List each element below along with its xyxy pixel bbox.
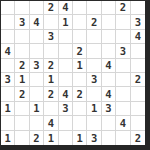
grid-cell-given[interactable]: 1 [15, 73, 29, 87]
grid-cell-given[interactable]: 3 [1, 73, 15, 87]
grid-cell-empty[interactable] [116, 73, 130, 87]
grid-cell-empty[interactable] [116, 30, 130, 44]
grid-cell-empty[interactable] [1, 1, 15, 15]
grid-cell-given[interactable]: 3 [30, 59, 44, 73]
grid-cell-empty[interactable] [30, 1, 44, 15]
grid-cell-empty[interactable] [116, 15, 130, 29]
grid-cell-given[interactable]: 2 [116, 1, 130, 15]
grid-cell-empty[interactable] [44, 102, 58, 116]
grid-cell-empty[interactable] [44, 15, 58, 29]
grid-cell-empty[interactable] [131, 102, 145, 116]
grid-cell-given[interactable]: 3 [87, 73, 101, 87]
grid-cell-given[interactable]: 4 [102, 87, 116, 101]
grid-cell-given[interactable]: 4 [116, 116, 130, 130]
grid-cell-empty[interactable] [30, 44, 44, 58]
grid-cell-empty[interactable] [131, 116, 145, 130]
grid-cell-given[interactable]: 1 [73, 59, 87, 73]
grid-cell-empty[interactable] [73, 1, 87, 15]
grid-cell-empty[interactable] [73, 15, 87, 29]
grid-cell-given[interactable]: 2 [73, 87, 87, 101]
grid-cell-given[interactable]: 2 [44, 87, 58, 101]
grid-cell-empty[interactable] [116, 102, 130, 116]
grid-cell-given[interactable]: 1 [30, 102, 44, 116]
grid-cell-empty[interactable] [102, 73, 116, 87]
grid-cell-empty[interactable] [116, 131, 130, 145]
grid-cell-empty[interactable] [1, 116, 15, 130]
grid-cell-given[interactable]: 2 [131, 131, 145, 145]
grid-cell-empty[interactable] [116, 87, 130, 101]
grid-cell-empty[interactable] [87, 116, 101, 130]
grid-cell-empty[interactable] [102, 116, 116, 130]
grid-cell-empty[interactable] [1, 30, 15, 44]
puzzle-board: 2423412334423232143113222424113134412113… [0, 0, 150, 150]
grid-cell-given[interactable]: 2 [44, 1, 58, 15]
grid-cell-empty[interactable] [30, 116, 44, 130]
grid-cell-given[interactable]: 3 [131, 15, 145, 29]
grid-cell-given[interactable]: 1 [44, 131, 58, 145]
grid-cell-given[interactable]: 4 [44, 116, 58, 130]
grid-cell-empty[interactable] [87, 1, 101, 15]
grid-cell-empty[interactable] [102, 15, 116, 29]
grid-cell-empty[interactable] [15, 1, 29, 15]
grid-cell-given[interactable]: 3 [116, 44, 130, 58]
grid-cell-empty[interactable] [59, 44, 73, 58]
grid-cell-empty[interactable] [131, 59, 145, 73]
grid-cell-given[interactable]: 1 [1, 102, 15, 116]
grid-cell-empty[interactable] [59, 73, 73, 87]
grid-cell-given[interactable]: 1 [87, 102, 101, 116]
grid-cell-empty[interactable] [59, 131, 73, 145]
grid-cell-empty[interactable] [44, 44, 58, 58]
grid-cell-given[interactable]: 3 [87, 131, 101, 145]
grid-cell-empty[interactable] [15, 44, 29, 58]
grid-cell-given[interactable]: 3 [15, 15, 29, 29]
grid-cell-empty[interactable] [1, 15, 15, 29]
grid-cell-empty[interactable] [102, 131, 116, 145]
grid-cell-empty[interactable] [59, 116, 73, 130]
grid-cell-empty[interactable] [116, 59, 130, 73]
grid-cell-empty[interactable] [59, 59, 73, 73]
grid-cell-empty[interactable] [30, 30, 44, 44]
grid-cell-given[interactable]: 4 [1, 44, 15, 58]
grid-cell-empty[interactable] [131, 1, 145, 15]
grid-cell-given[interactable]: 2 [15, 87, 29, 101]
grid-cell-given[interactable]: 4 [59, 1, 73, 15]
grid-cell-given[interactable]: 4 [131, 30, 145, 44]
grid-cell-empty[interactable] [87, 59, 101, 73]
grid-cell-given[interactable]: 2 [30, 131, 44, 145]
grid-cell-empty[interactable] [87, 87, 101, 101]
grid-cell-empty[interactable] [131, 44, 145, 58]
grid-cell-given[interactable]: 2 [131, 73, 145, 87]
grid-cell-empty[interactable] [30, 73, 44, 87]
grid-cell-empty[interactable] [73, 73, 87, 87]
grid-cell-empty[interactable] [15, 131, 29, 145]
grid-cell-empty[interactable] [73, 102, 87, 116]
grid-cell-empty[interactable] [73, 30, 87, 44]
grid-cell-empty[interactable] [87, 30, 101, 44]
grid-cell-empty[interactable] [73, 116, 87, 130]
grid-cell-given[interactable]: 3 [102, 102, 116, 116]
grid-cell-empty[interactable] [1, 59, 15, 73]
grid-cell-given[interactable]: 1 [1, 131, 15, 145]
grid-cell-given[interactable]: 2 [87, 15, 101, 29]
grid-cell-given[interactable]: 1 [59, 15, 73, 29]
grid-cell-empty[interactable] [1, 87, 15, 101]
grid-cell-empty[interactable] [15, 116, 29, 130]
grid-cell-given[interactable]: 1 [73, 131, 87, 145]
grid-cell-empty[interactable] [30, 87, 44, 101]
grid-cell-given[interactable]: 3 [59, 102, 73, 116]
grid-cell-given[interactable]: 4 [30, 15, 44, 29]
grid-cell-given[interactable]: 3 [44, 30, 58, 44]
grid-cell-empty[interactable] [102, 44, 116, 58]
grid-cell-given[interactable]: 2 [44, 59, 58, 73]
grid-cell-empty[interactable] [59, 30, 73, 44]
grid-cell-empty[interactable] [102, 1, 116, 15]
grid-cell-given[interactable]: 2 [73, 44, 87, 58]
grid-cell-given[interactable]: 4 [59, 87, 73, 101]
puzzle-grid: 2423412334423232143113222424113134412113… [1, 1, 145, 145]
grid-cell-given[interactable]: 1 [44, 73, 58, 87]
grid-cell-empty[interactable] [87, 44, 101, 58]
grid-cell-empty[interactable] [131, 87, 145, 101]
grid-cell-empty[interactable] [102, 30, 116, 44]
grid-cell-empty[interactable] [15, 30, 29, 44]
grid-cell-given[interactable]: 4 [102, 59, 116, 73]
grid-cell-given[interactable]: 2 [15, 59, 29, 73]
grid-cell-empty[interactable] [15, 102, 29, 116]
